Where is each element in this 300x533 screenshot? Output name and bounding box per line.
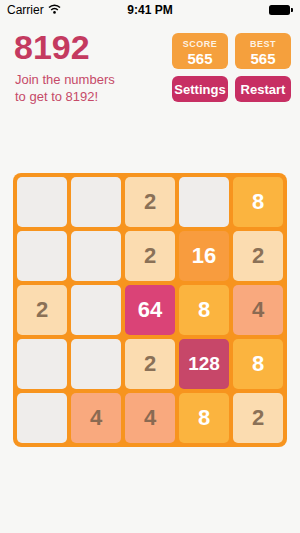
empty-cell <box>179 177 229 227</box>
empty-cell <box>17 231 67 281</box>
carrier-label: Carrier <box>7 3 44 17</box>
empty-cell <box>71 285 121 335</box>
tile-128: 128 <box>179 339 229 389</box>
tile-8: 8 <box>233 177 283 227</box>
wifi-icon <box>48 3 61 17</box>
tile-8: 8 <box>179 285 229 335</box>
empty-cell <box>71 339 121 389</box>
tile-2: 2 <box>17 285 67 335</box>
tile-64: 64 <box>125 285 175 335</box>
game-board[interactable]: 28216226484212884482 <box>13 173 287 447</box>
empty-cell <box>17 177 67 227</box>
score-value: 565 <box>172 50 228 67</box>
tile-8: 8 <box>233 339 283 389</box>
settings-button[interactable]: Settings <box>172 76 228 102</box>
app-background: { "game": "8192 (2048-style sliding tile… <box>0 0 300 533</box>
status-bar: Carrier 9:41 PM <box>0 0 300 20</box>
page-subtitle: Join the numbers to get to 8192! <box>15 71 115 105</box>
empty-cell <box>17 393 67 443</box>
tile-8: 8 <box>179 393 229 443</box>
best-score-box: BEST 565 <box>235 33 291 69</box>
tile-2: 2 <box>125 231 175 281</box>
tile-4: 4 <box>125 393 175 443</box>
empty-cell <box>17 339 67 389</box>
empty-cell <box>71 231 121 281</box>
score-label: SCORE <box>172 39 228 49</box>
clock: 9:41 PM <box>127 3 172 17</box>
tile-2: 2 <box>233 393 283 443</box>
tile-16: 16 <box>179 231 229 281</box>
battery-icon <box>269 5 293 15</box>
restart-button[interactable]: Restart <box>235 76 291 102</box>
page-title: 8192 <box>14 27 90 67</box>
empty-cell <box>71 177 121 227</box>
tile-4: 4 <box>233 285 283 335</box>
best-value: 565 <box>235 50 291 67</box>
tile-2: 2 <box>125 177 175 227</box>
best-label: BEST <box>235 39 291 49</box>
tile-2: 2 <box>125 339 175 389</box>
score-box: SCORE 565 <box>172 33 228 69</box>
tile-2: 2 <box>233 231 283 281</box>
tile-4: 4 <box>71 393 121 443</box>
